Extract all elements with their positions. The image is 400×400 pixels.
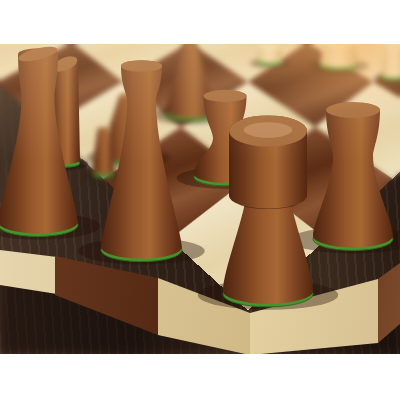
photo-frame bbox=[0, 44, 400, 354]
chess-piece-dark-rook bbox=[168, 115, 368, 317]
product-photo-stage bbox=[0, 0, 400, 400]
chess-piece-light-pawn-far-3 bbox=[355, 44, 400, 100]
pieces-layer bbox=[0, 44, 400, 354]
